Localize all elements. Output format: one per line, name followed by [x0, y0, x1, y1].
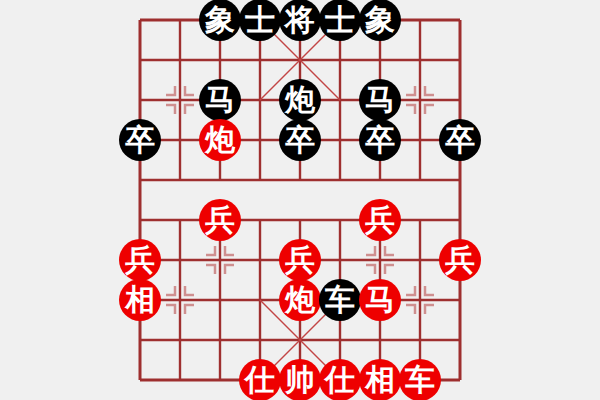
piece-red-soldier[interactable]: 兵	[279, 239, 321, 281]
piece-black-advisor[interactable]: 士	[319, 0, 361, 41]
piece-red-elephant[interactable]: 相	[119, 279, 161, 321]
piece-red-advisor[interactable]: 仕	[319, 359, 361, 400]
piece-red-soldier[interactable]: 兵	[439, 239, 481, 281]
piece-black-chariot[interactable]: 车	[319, 279, 361, 321]
piece-red-cannon[interactable]: 炮	[199, 119, 241, 161]
piece-red-advisor[interactable]: 仕	[239, 359, 281, 400]
piece-black-horse[interactable]: 马	[359, 79, 401, 121]
piece-black-soldier[interactable]: 卒	[119, 119, 161, 161]
piece-red-elephant[interactable]: 相	[359, 359, 401, 400]
piece-black-cannon[interactable]: 炮	[279, 79, 321, 121]
piece-red-chariot[interactable]: 车	[399, 359, 441, 400]
pieces-layer: 象士将士象马炮马卒炮卒卒卒兵兵兵兵兵相炮车马仕帅仕相车	[120, 0, 480, 400]
piece-black-horse[interactable]: 马	[199, 79, 241, 121]
xiangqi-board: 象士将士象马炮马卒炮卒卒卒兵兵兵兵兵相炮车马仕帅仕相车	[0, 0, 600, 400]
piece-red-general[interactable]: 帅	[279, 359, 321, 400]
piece-black-general[interactable]: 将	[279, 0, 321, 41]
piece-red-cannon[interactable]: 炮	[279, 279, 321, 321]
piece-red-soldier[interactable]: 兵	[119, 239, 161, 281]
piece-black-elephant[interactable]: 象	[359, 0, 401, 41]
piece-black-elephant[interactable]: 象	[199, 0, 241, 41]
piece-red-soldier[interactable]: 兵	[359, 199, 401, 241]
piece-red-horse[interactable]: 马	[359, 279, 401, 321]
piece-black-soldier[interactable]: 卒	[439, 119, 481, 161]
piece-black-soldier[interactable]: 卒	[359, 119, 401, 161]
piece-red-soldier[interactable]: 兵	[199, 199, 241, 241]
piece-black-soldier[interactable]: 卒	[279, 119, 321, 161]
piece-black-advisor[interactable]: 士	[239, 0, 281, 41]
